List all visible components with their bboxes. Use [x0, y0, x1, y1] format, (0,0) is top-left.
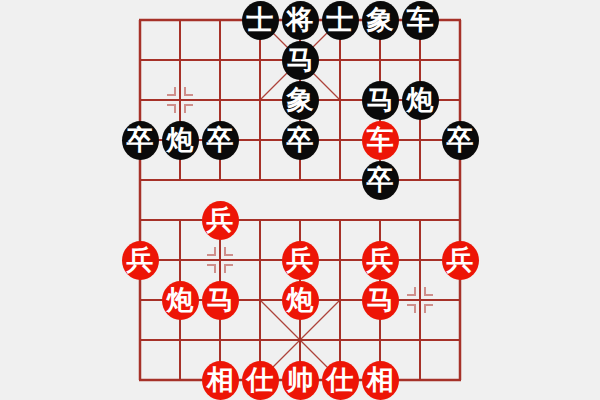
piece-black-soldier[interactable]: 卒 [122, 121, 159, 160]
piece-black-advisor[interactable]: 士 [242, 1, 279, 40]
piece-red-soldier[interactable]: 兵 [442, 241, 479, 280]
piece-black-horse[interactable]: 马 [362, 81, 399, 120]
piece-red-horse[interactable]: 马 [202, 281, 239, 320]
piece-black-cannon[interactable]: 炮 [402, 81, 439, 120]
piece-red-elephant[interactable]: 相 [202, 361, 239, 400]
piece-red-soldier[interactable]: 兵 [122, 241, 159, 280]
piece-black-soldier[interactable]: 卒 [282, 121, 319, 160]
piece-red-cannon[interactable]: 炮 [162, 281, 199, 320]
piece-red-general[interactable]: 帅 [282, 361, 319, 400]
piece-black-advisor[interactable]: 士 [322, 1, 359, 40]
piece-black-chariot[interactable]: 车 [402, 1, 439, 40]
piece-red-soldier[interactable]: 兵 [362, 241, 399, 280]
piece-black-cannon[interactable]: 炮 [162, 121, 199, 160]
piece-black-horse[interactable]: 马 [282, 41, 319, 80]
piece-red-horse[interactable]: 马 [362, 281, 399, 320]
piece-red-soldier[interactable]: 兵 [202, 201, 239, 240]
piece-red-chariot[interactable]: 车 [362, 121, 399, 160]
piece-black-soldier[interactable]: 卒 [362, 161, 399, 200]
piece-black-soldier[interactable]: 卒 [202, 121, 239, 160]
piece-black-elephant[interactable]: 象 [362, 1, 399, 40]
piece-red-elephant[interactable]: 相 [362, 361, 399, 400]
xiangqi-app-window: 士将士象车马象马炮卒炮卒卒车卒卒兵兵兵兵兵炮马炮马相仕帅仕相 [0, 0, 600, 400]
piece-red-soldier[interactable]: 兵 [282, 241, 319, 280]
piece-red-advisor[interactable]: 仕 [322, 361, 359, 400]
piece-red-advisor[interactable]: 仕 [242, 361, 279, 400]
piece-black-elephant[interactable]: 象 [282, 81, 319, 120]
piece-black-general[interactable]: 将 [282, 1, 319, 40]
piece-black-soldier[interactable]: 卒 [442, 121, 479, 160]
piece-red-cannon[interactable]: 炮 [282, 281, 319, 320]
xiangqi-board[interactable]: 士将士象车马象马炮卒炮卒卒车卒卒兵兵兵兵兵炮马炮马相仕帅仕相 [120, 0, 480, 400]
